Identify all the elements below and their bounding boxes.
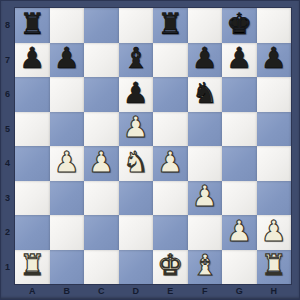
- square-e1[interactable]: ♚: [153, 250, 188, 285]
- piece-black-pawn-f7[interactable]: ♟: [192, 44, 218, 73]
- square-d8[interactable]: [119, 8, 154, 43]
- file-label-c: C: [84, 284, 119, 298]
- square-b3[interactable]: [50, 181, 85, 216]
- square-e3[interactable]: [153, 181, 188, 216]
- rank-label-8: 8: [0, 8, 15, 43]
- square-h7[interactable]: ♟: [257, 43, 292, 78]
- square-e7[interactable]: [153, 43, 188, 78]
- square-a8[interactable]: ♜: [15, 8, 50, 43]
- rank-label-7: 7: [0, 43, 15, 78]
- square-b8[interactable]: [50, 8, 85, 43]
- rank-label-2: 2: [0, 215, 15, 250]
- square-f6[interactable]: ♞: [188, 77, 223, 112]
- square-f8[interactable]: [188, 8, 223, 43]
- piece-black-knight-f6[interactable]: ♞: [192, 79, 218, 108]
- square-a5[interactable]: [15, 112, 50, 147]
- file-label-e: E: [153, 284, 188, 298]
- piece-white-bishop-f1[interactable]: ♝: [192, 251, 218, 280]
- square-a2[interactable]: [15, 215, 50, 250]
- piece-white-pawn-e4[interactable]: ♟: [157, 148, 183, 177]
- square-h5[interactable]: [257, 112, 292, 147]
- square-e4[interactable]: ♟: [153, 146, 188, 181]
- square-f7[interactable]: ♟: [188, 43, 223, 78]
- square-e5[interactable]: [153, 112, 188, 147]
- piece-black-pawn-h7[interactable]: ♟: [261, 44, 287, 73]
- chess-board: ♜♜♚♟♟♝♟♟♟♟♞♟♟♟♞♟♟♟♟♜♚♝♜: [15, 8, 291, 284]
- piece-white-pawn-c4[interactable]: ♟: [88, 148, 114, 177]
- square-h2[interactable]: ♟: [257, 215, 292, 250]
- square-f2[interactable]: [188, 215, 223, 250]
- square-c3[interactable]: [84, 181, 119, 216]
- rank-label-3: 3: [0, 181, 15, 216]
- rank-label-1: 1: [0, 250, 15, 285]
- square-g2[interactable]: ♟: [222, 215, 257, 250]
- square-h4[interactable]: [257, 146, 292, 181]
- square-g6[interactable]: [222, 77, 257, 112]
- square-c8[interactable]: [84, 8, 119, 43]
- square-b6[interactable]: [50, 77, 85, 112]
- square-e8[interactable]: ♜: [153, 8, 188, 43]
- square-b7[interactable]: ♟: [50, 43, 85, 78]
- piece-white-rook-a1[interactable]: ♜: [19, 251, 45, 280]
- square-b4[interactable]: ♟: [50, 146, 85, 181]
- piece-white-pawn-g2[interactable]: ♟: [226, 217, 252, 246]
- square-a6[interactable]: [15, 77, 50, 112]
- square-b2[interactable]: [50, 215, 85, 250]
- square-g1[interactable]: [222, 250, 257, 285]
- square-g4[interactable]: [222, 146, 257, 181]
- file-label-f: F: [188, 284, 223, 298]
- square-g5[interactable]: [222, 112, 257, 147]
- square-d3[interactable]: [119, 181, 154, 216]
- square-h3[interactable]: [257, 181, 292, 216]
- square-d6[interactable]: ♟: [119, 77, 154, 112]
- rank-label-6: 6: [0, 77, 15, 112]
- square-f3[interactable]: ♟: [188, 181, 223, 216]
- square-g7[interactable]: ♟: [222, 43, 257, 78]
- piece-black-king-g8[interactable]: ♚: [226, 10, 252, 39]
- piece-black-rook-e8[interactable]: ♜: [157, 10, 183, 39]
- piece-black-rook-a8[interactable]: ♜: [19, 10, 45, 39]
- square-d2[interactable]: [119, 215, 154, 250]
- square-b1[interactable]: [50, 250, 85, 285]
- square-a4[interactable]: [15, 146, 50, 181]
- piece-black-pawn-d6[interactable]: ♟: [123, 79, 149, 108]
- file-label-a: A: [15, 284, 50, 298]
- piece-white-pawn-b4[interactable]: ♟: [54, 148, 80, 177]
- rank-label-4: 4: [0, 146, 15, 181]
- square-d5[interactable]: ♟: [119, 112, 154, 147]
- square-h1[interactable]: ♜: [257, 250, 292, 285]
- file-label-h: H: [257, 284, 292, 298]
- square-a7[interactable]: ♟: [15, 43, 50, 78]
- square-f5[interactable]: [188, 112, 223, 147]
- piece-white-king-e1[interactable]: ♚: [157, 251, 183, 280]
- chess-board-diagram: ♜♜♚♟♟♝♟♟♟♟♞♟♟♟♞♟♟♟♟♜♚♝♜ 87654321 ABCDEFG…: [0, 0, 300, 300]
- square-e6[interactable]: [153, 77, 188, 112]
- square-d1[interactable]: [119, 250, 154, 285]
- square-g3[interactable]: [222, 181, 257, 216]
- square-c1[interactable]: [84, 250, 119, 285]
- file-label-b: B: [50, 284, 85, 298]
- piece-white-knight-d4[interactable]: ♞: [123, 148, 149, 177]
- file-label-d: D: [119, 284, 154, 298]
- square-c2[interactable]: [84, 215, 119, 250]
- piece-black-pawn-g7[interactable]: ♟: [226, 44, 252, 73]
- square-c4[interactable]: ♟: [84, 146, 119, 181]
- square-d7[interactable]: ♝: [119, 43, 154, 78]
- square-f4[interactable]: [188, 146, 223, 181]
- square-b5[interactable]: [50, 112, 85, 147]
- square-e2[interactable]: [153, 215, 188, 250]
- piece-black-bishop-d7[interactable]: ♝: [123, 44, 149, 73]
- square-a1[interactable]: ♜: [15, 250, 50, 285]
- square-d4[interactable]: ♞: [119, 146, 154, 181]
- square-c6[interactable]: [84, 77, 119, 112]
- piece-white-pawn-f3[interactable]: ♟: [192, 182, 218, 211]
- piece-white-rook-h1[interactable]: ♜: [261, 251, 287, 280]
- square-c5[interactable]: [84, 112, 119, 147]
- square-h8[interactable]: [257, 8, 292, 43]
- piece-white-pawn-h2[interactable]: ♟: [261, 217, 287, 246]
- square-a3[interactable]: [15, 181, 50, 216]
- piece-black-pawn-b7[interactable]: ♟: [54, 44, 80, 73]
- square-g8[interactable]: ♚: [222, 8, 257, 43]
- square-c7[interactable]: [84, 43, 119, 78]
- rank-label-5: 5: [0, 112, 15, 147]
- piece-black-pawn-a7[interactable]: ♟: [19, 44, 45, 73]
- square-f1[interactable]: ♝: [188, 250, 223, 285]
- piece-white-pawn-d5[interactable]: ♟: [123, 113, 149, 142]
- square-h6[interactable]: [257, 77, 292, 112]
- file-label-g: G: [222, 284, 257, 298]
